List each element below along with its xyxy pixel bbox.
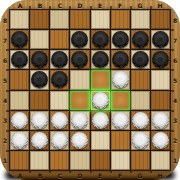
white-piece[interactable]: ● [112, 71, 129, 88]
black-piece[interactable]: ● [51, 51, 68, 68]
square-g4[interactable] [131, 91, 150, 110]
square-e7[interactable]: ● [91, 30, 110, 49]
rank-label-left-2: 2 [1, 130, 10, 150]
square-f3[interactable]: ● [111, 111, 130, 130]
frame-tick [171, 150, 174, 152]
square-a5[interactable] [10, 70, 29, 89]
square-c3[interactable]: ● [50, 111, 69, 130]
file-label-top-b: B [30, 1, 50, 10]
square-e8[interactable] [91, 10, 110, 29]
white-piece[interactable]: ● [112, 112, 129, 129]
frame-tick [29, 6, 31, 9]
square-h4[interactable] [151, 91, 170, 110]
square-a2[interactable]: ● [10, 131, 29, 150]
piece-glyph: ● [76, 56, 83, 64]
white-piece[interactable]: ● [71, 112, 88, 129]
rank-label-right-6: 6 [171, 50, 180, 70]
frame-tick [6, 130, 9, 132]
square-g7[interactable]: ● [131, 30, 150, 49]
piece-glyph: ● [16, 36, 23, 44]
square-c2[interactable]: ● [50, 131, 69, 150]
square-a8[interactable] [10, 10, 29, 29]
square-c5[interactable]: ● [50, 70, 69, 89]
black-piece[interactable]: ● [112, 51, 129, 68]
file-label-top-d: D [70, 1, 90, 10]
square-c1[interactable] [50, 151, 69, 170]
square-b4[interactable] [30, 91, 49, 110]
piece-glyph: ● [56, 136, 63, 144]
frame-tick [171, 69, 174, 71]
piece-glyph: ● [157, 116, 164, 124]
piece-glyph: ● [56, 56, 63, 64]
white-piece[interactable]: ● [71, 132, 88, 149]
square-a1[interactable] [10, 151, 29, 170]
square-e2[interactable] [91, 131, 110, 150]
white-piece[interactable]: ● [11, 132, 28, 149]
square-h7[interactable]: ● [151, 30, 170, 49]
frame-tick [6, 150, 9, 152]
frame-tick [171, 29, 174, 31]
piece-glyph: ● [137, 36, 144, 44]
square-d2[interactable]: ● [70, 131, 89, 150]
file-label-top-a: A [10, 1, 30, 10]
square-h2[interactable]: ● [151, 131, 170, 150]
square-f1[interactable] [111, 151, 130, 170]
rank-label-right-2: 2 [171, 130, 180, 150]
square-d4[interactable] [70, 91, 89, 110]
piece-glyph: ● [36, 56, 43, 64]
frame-tick [6, 69, 9, 71]
square-c7[interactable] [50, 30, 69, 49]
white-piece[interactable]: ● [152, 132, 169, 149]
rank-label-right-8: 8 [171, 10, 180, 30]
white-piece[interactable]: ● [51, 112, 68, 129]
square-a3[interactable]: ● [10, 111, 29, 130]
piece-glyph: ● [76, 36, 83, 44]
piece-glyph: ● [117, 56, 124, 64]
square-e1[interactable] [91, 151, 110, 170]
black-piece[interactable]: ● [132, 51, 149, 68]
piece-glyph: ● [97, 116, 104, 124]
piece-glyph: ● [16, 116, 23, 124]
white-piece[interactable]: ● [31, 112, 48, 129]
square-e3[interactable]: ● [91, 111, 110, 130]
rank-label-left-5: 5 [1, 70, 10, 90]
piece-glyph: ● [157, 36, 164, 44]
frame-tick [6, 110, 9, 112]
piece-glyph: ● [56, 116, 63, 124]
frame-tick [29, 170, 31, 173]
frame-tick [90, 6, 92, 9]
square-f7[interactable]: ● [111, 30, 130, 49]
rank-label-right-3: 3 [171, 110, 180, 130]
frame-tick [150, 170, 152, 173]
square-b3[interactable]: ● [30, 111, 49, 130]
square-f2[interactable] [111, 131, 130, 150]
piece-glyph: ● [97, 36, 104, 44]
square-b8[interactable] [30, 10, 49, 29]
frame-tick [6, 29, 9, 31]
frame-tick [90, 170, 92, 173]
square-d7[interactable]: ● [70, 30, 89, 49]
piece-glyph: ● [76, 136, 83, 144]
white-piece[interactable]: ● [31, 132, 48, 149]
square-b7[interactable] [30, 30, 49, 49]
black-piece[interactable]: ● [132, 31, 149, 48]
square-b6[interactable]: ● [30, 50, 49, 69]
black-piece[interactable]: ● [92, 31, 109, 48]
checkers-board-frame: ●●●●●●●●●●●●●●●●●●●●●●●●●●●●●●●● ABCDEFG… [0, 0, 180, 180]
board: ●●●●●●●●●●●●●●●●●●●●●●●●●●●●●●●● [10, 10, 170, 170]
black-piece[interactable]: ● [11, 31, 28, 48]
black-piece[interactable]: ● [112, 31, 129, 48]
white-piece[interactable]: ● [11, 112, 28, 129]
piece-glyph: ● [157, 56, 164, 64]
square-d6[interactable]: ● [70, 50, 89, 69]
square-c8[interactable] [50, 10, 69, 29]
square-h6[interactable]: ● [151, 50, 170, 69]
square-g8[interactable] [131, 10, 150, 29]
piece-glyph: ● [16, 136, 23, 144]
frame-tick [49, 170, 51, 173]
frame-tick [171, 110, 174, 112]
square-h3[interactable]: ● [151, 111, 170, 130]
white-piece[interactable]: ● [132, 132, 149, 149]
square-g5[interactable] [131, 70, 150, 89]
square-d3[interactable]: ● [70, 111, 89, 130]
white-piece[interactable]: ● [51, 132, 68, 149]
square-a7[interactable]: ● [10, 30, 29, 49]
square-b1[interactable] [30, 151, 49, 170]
piece-glyph: ● [117, 76, 124, 84]
rank-label-left-4: 4 [1, 90, 10, 110]
piece-glyph: ● [36, 136, 43, 144]
piece-glyph: ● [36, 76, 43, 84]
piece-glyph: ● [76, 116, 83, 124]
rank-label-left-7: 7 [1, 30, 10, 50]
rank-label-left-3: 3 [1, 110, 10, 130]
white-piece[interactable]: ● [92, 112, 109, 129]
piece-glyph: ● [137, 116, 144, 124]
frame-tick [130, 6, 132, 9]
piece-glyph: ● [157, 136, 164, 144]
piece-glyph: ● [97, 96, 104, 104]
rank-label-right-7: 7 [171, 30, 180, 50]
square-b2[interactable]: ● [30, 131, 49, 150]
file-label-top-c: C [50, 1, 70, 10]
square-b5[interactable]: ● [30, 70, 49, 89]
square-f8[interactable] [111, 10, 130, 29]
square-a4[interactable] [10, 91, 29, 110]
white-piece[interactable]: ● [92, 92, 109, 109]
piece-glyph: ● [97, 56, 104, 64]
square-h1[interactable] [151, 151, 170, 170]
piece-glyph: ● [117, 116, 124, 124]
piece-glyph: ● [137, 56, 144, 64]
square-d8[interactable] [70, 10, 89, 29]
square-g3[interactable]: ● [131, 111, 150, 130]
square-d1[interactable] [70, 151, 89, 170]
piece-glyph: ● [137, 136, 144, 144]
file-label-top-f: F [110, 1, 130, 10]
rank-label-left-6: 6 [1, 50, 10, 70]
frame-tick [130, 170, 132, 173]
frame-tick [6, 49, 9, 51]
square-g1[interactable] [131, 151, 150, 170]
square-h8[interactable] [151, 10, 170, 29]
frame-tick [150, 6, 152, 9]
piece-glyph: ● [16, 56, 23, 64]
black-piece[interactable]: ● [31, 71, 48, 88]
frame-tick [171, 130, 174, 132]
piece-glyph: ● [36, 116, 43, 124]
square-f4[interactable] [111, 91, 130, 110]
black-piece[interactable]: ● [11, 51, 28, 68]
square-h5[interactable] [151, 70, 170, 89]
file-label-top-h: H [150, 1, 170, 10]
white-piece[interactable]: ● [132, 112, 149, 129]
file-label-top-e: E [90, 1, 110, 10]
white-piece[interactable]: ● [152, 112, 169, 129]
square-g6[interactable]: ● [131, 50, 150, 69]
rank-label-right-4: 4 [171, 90, 180, 110]
piece-glyph: ● [56, 76, 63, 84]
frame-tick [6, 90, 9, 92]
square-f6[interactable]: ● [111, 50, 130, 69]
square-d5[interactable] [70, 70, 89, 89]
frame-tick [110, 6, 112, 9]
square-f5[interactable]: ● [111, 70, 130, 89]
piece-glyph: ● [117, 36, 124, 44]
app-icon-stage: ●●●●●●●●●●●●●●●●●●●●●●●●●●●●●●●● ABCDEFG… [0, 0, 180, 180]
frame-tick [171, 49, 174, 51]
rank-label-right-5: 5 [171, 70, 180, 90]
rank-label-right-1: 1 [171, 150, 180, 170]
square-e6[interactable]: ● [91, 50, 110, 69]
black-piece[interactable]: ● [71, 31, 88, 48]
black-piece[interactable]: ● [31, 51, 48, 68]
square-a6[interactable]: ● [10, 50, 29, 69]
frame-tick [171, 90, 174, 92]
square-g2[interactable]: ● [131, 131, 150, 150]
square-c6[interactable]: ● [50, 50, 69, 69]
rank-label-left-8: 8 [1, 10, 10, 30]
rank-label-left-1: 1 [1, 150, 10, 170]
black-piece[interactable]: ● [51, 71, 68, 88]
square-c4[interactable] [50, 91, 69, 110]
frame-tick [49, 6, 51, 9]
frame-tick [69, 170, 71, 173]
square-e5[interactable] [91, 70, 110, 89]
black-piece[interactable]: ● [152, 31, 169, 48]
frame-tick [69, 6, 71, 9]
file-label-top-g: G [130, 1, 150, 10]
frame-tick [110, 170, 112, 173]
square-e4[interactable]: ● [91, 91, 110, 110]
black-piece[interactable]: ● [71, 51, 88, 68]
black-piece[interactable]: ● [152, 51, 169, 68]
black-piece[interactable]: ● [92, 51, 109, 68]
